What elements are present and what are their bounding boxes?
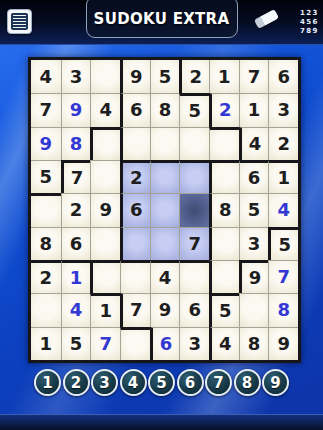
menu-icon (11, 13, 28, 30)
cell-r1c6[interactable]: 2 (179, 60, 209, 93)
cell-r8c3[interactable]: 1 (90, 293, 120, 326)
cell-r9c3[interactable]: 7 (90, 327, 120, 360)
cell-r4c3[interactable] (90, 160, 120, 193)
sudoku-board: 4395217679468521398425726129685486735214… (28, 57, 301, 363)
cell-r8c1[interactable] (31, 293, 61, 326)
cell-r2c7[interactable]: 2 (209, 93, 239, 126)
user-digit: 4 (70, 301, 83, 319)
cell-r6c3[interactable] (90, 227, 120, 260)
cell-r2c9[interactable]: 3 (268, 93, 298, 126)
cell-r3c9[interactable]: 2 (268, 127, 298, 160)
given-digit: 6 (277, 68, 290, 86)
given-digit: 9 (99, 201, 112, 219)
cell-r7c5[interactable]: 4 (150, 260, 180, 293)
cell-r5c9[interactable]: 4 (268, 193, 298, 226)
user-digit: 4 (277, 201, 290, 219)
cell-r2c3[interactable]: 4 (90, 93, 120, 126)
cell-r9c7[interactable]: 4 (209, 327, 239, 360)
given-digit: 1 (40, 335, 53, 353)
cell-r5c8[interactable]: 5 (239, 193, 269, 226)
cell-r6c1[interactable]: 8 (31, 227, 61, 260)
cell-r6c4[interactable] (120, 227, 150, 260)
given-digit: 5 (278, 236, 291, 254)
given-digit: 6 (130, 201, 143, 219)
cell-r7c7[interactable] (209, 260, 239, 293)
given-digit: 3 (248, 235, 261, 253)
cell-r4c9[interactable]: 1 (268, 160, 298, 193)
cell-r8c8[interactable] (239, 293, 269, 326)
cell-r4c6[interactable] (179, 160, 209, 193)
numpad-button-1[interactable]: 1 (34, 369, 61, 396)
user-digit: 1 (70, 269, 83, 287)
cell-r3c8[interactable]: 4 (239, 127, 269, 160)
numpad-button-9[interactable]: 9 (262, 369, 289, 396)
menu-button[interactable] (7, 9, 32, 34)
cell-r7c9[interactable]: 7 (268, 260, 298, 293)
cell-r2c6[interactable]: 5 (179, 93, 209, 126)
cell-r3c5[interactable] (150, 127, 180, 160)
cell-r5c5[interactable] (150, 193, 180, 226)
cell-r5c6[interactable] (179, 193, 209, 226)
cell-r8c9[interactable]: 8 (268, 293, 298, 326)
cell-r4c5[interactable] (150, 160, 180, 193)
cell-r7c6[interactable] (179, 260, 209, 293)
given-digit: 8 (219, 201, 232, 219)
given-digit: 7 (130, 301, 143, 319)
given-digit: 9 (249, 269, 262, 287)
cell-r7c1[interactable]: 2 (31, 260, 61, 293)
given-digit: 1 (99, 302, 112, 320)
given-digit: 2 (130, 169, 143, 187)
cell-r2c4[interactable]: 6 (120, 93, 150, 126)
cell-r1c7[interactable]: 1 (209, 60, 239, 93)
user-digit: 9 (70, 101, 83, 119)
given-digit: 4 (249, 135, 262, 153)
cell-r2c8[interactable]: 1 (239, 93, 269, 126)
given-digit: 1 (248, 101, 261, 119)
cell-r1c9[interactable]: 6 (268, 60, 298, 93)
cell-r3c4[interactable] (120, 127, 150, 160)
user-digit: 2 (219, 101, 232, 119)
cell-r6c2[interactable]: 6 (61, 227, 91, 260)
numpad-button-5[interactable]: 5 (148, 369, 175, 396)
user-digit: 6 (160, 335, 173, 353)
eraser-icon (254, 9, 279, 29)
cell-r9c5[interactable]: 6 (150, 327, 180, 360)
cell-r3c2[interactable]: 8 (61, 127, 91, 160)
cell-r5c4[interactable]: 6 (120, 193, 150, 226)
user-digit: 7 (99, 335, 112, 353)
given-digit: 8 (248, 335, 261, 353)
cell-r8c2[interactable]: 4 (61, 293, 91, 326)
given-digit: 7 (40, 101, 53, 119)
cell-r9c6[interactable]: 3 (179, 327, 209, 360)
cell-r4c2[interactable]: 7 (61, 160, 91, 193)
cell-r9c9[interactable]: 9 (268, 327, 298, 360)
cell-r3c7[interactable] (209, 127, 239, 160)
cell-r1c2[interactable]: 3 (61, 60, 91, 93)
cell-r4c1[interactable]: 5 (31, 160, 61, 193)
numpad-button-3[interactable]: 3 (91, 369, 118, 396)
given-digit: 2 (40, 269, 53, 287)
number-pad: 123456789 (0, 369, 323, 396)
given-digit: 9 (277, 335, 290, 353)
given-digit: 4 (219, 335, 232, 353)
given-digit: 7 (71, 169, 84, 187)
given-digit: 4 (99, 101, 112, 119)
numpad-button-7[interactable]: 7 (205, 369, 232, 396)
title-frame: SUDOKU EXTRA (86, 0, 238, 38)
given-digit: 4 (159, 269, 172, 287)
given-digit: 3 (188, 335, 201, 353)
cell-r8c6[interactable]: 6 (179, 293, 209, 326)
given-digit: 5 (188, 102, 201, 120)
given-digit: 1 (218, 68, 231, 86)
given-digit: 5 (159, 68, 172, 86)
given-digit: 9 (130, 68, 143, 86)
user-digit: 9 (40, 135, 53, 153)
given-digit: 5 (248, 201, 261, 219)
eraser-button[interactable] (255, 14, 283, 32)
cell-r7c8[interactable]: 9 (239, 260, 269, 293)
pencil-digits-row2: 456 (300, 18, 319, 27)
cell-r8c7[interactable]: 5 (209, 293, 239, 326)
cell-r9c8[interactable]: 8 (239, 327, 269, 360)
cell-r2c2[interactable]: 9 (61, 93, 91, 126)
given-digit: 5 (219, 302, 232, 320)
cell-r6c6[interactable]: 7 (179, 227, 209, 260)
cell-r7c4[interactable] (120, 260, 150, 293)
pencil-digits-row3: 789 (300, 27, 319, 36)
numpad-button-6[interactable]: 6 (177, 369, 204, 396)
cell-r3c1[interactable]: 9 (31, 127, 61, 160)
cell-r9c1[interactable]: 1 (31, 327, 61, 360)
given-digit: 7 (188, 235, 201, 253)
given-digit: 6 (188, 301, 201, 319)
numpad-button-8[interactable]: 8 (234, 369, 261, 396)
pencil-digits-row1: 123 (300, 9, 319, 18)
cell-r5c7[interactable]: 8 (209, 193, 239, 226)
pencil-marks-button[interactable]: 123 456 789 (300, 9, 319, 36)
cell-r6c9[interactable]: 5 (268, 227, 298, 260)
cell-r9c2[interactable]: 5 (61, 327, 91, 360)
cell-r9c4[interactable] (120, 327, 150, 360)
given-digit: 8 (40, 235, 53, 253)
cell-r1c5[interactable]: 5 (150, 60, 180, 93)
user-digit: 8 (277, 301, 290, 319)
cell-r3c3[interactable] (90, 127, 120, 160)
given-digit: 2 (70, 201, 83, 219)
given-digit: 1 (277, 169, 290, 187)
cell-r4c7[interactable] (209, 160, 239, 193)
given-digit: 5 (70, 335, 83, 353)
cell-r4c4[interactable]: 2 (120, 160, 150, 193)
cell-r7c3[interactable] (90, 260, 120, 293)
cell-r8c5[interactable]: 9 (150, 293, 180, 326)
cell-r1c1[interactable]: 4 (31, 60, 61, 93)
given-digit: 9 (159, 301, 172, 319)
cell-r6c8[interactable]: 3 (239, 227, 269, 260)
cell-r2c1[interactable]: 7 (31, 93, 61, 126)
given-digit: 2 (277, 135, 290, 153)
numpad-button-4[interactable]: 4 (120, 369, 147, 396)
numpad-button-2[interactable]: 2 (63, 369, 90, 396)
top-bar: SUDOKU EXTRA 123 456 789 (0, 0, 323, 45)
given-digit: 3 (277, 101, 290, 119)
cell-r4c8[interactable]: 6 (239, 160, 269, 193)
user-digit: 8 (70, 135, 83, 153)
given-digit: 6 (70, 235, 83, 253)
bottom-band (0, 414, 323, 430)
cell-r5c2[interactable]: 2 (61, 193, 91, 226)
cell-r6c7[interactable] (209, 227, 239, 260)
given-digit: 5 (40, 168, 53, 186)
cell-r2c5[interactable]: 8 (150, 93, 180, 126)
cell-r6c5[interactable] (150, 227, 180, 260)
cell-r5c1[interactable] (31, 193, 61, 226)
user-digit: 7 (277, 268, 290, 286)
cell-r8c4[interactable]: 7 (120, 293, 150, 326)
given-digit: 8 (159, 101, 172, 119)
given-digit: 2 (189, 68, 202, 86)
app-title: SUDOKU EXTRA (94, 10, 230, 28)
cell-r5c3[interactable]: 9 (90, 193, 120, 226)
given-digit: 6 (248, 169, 261, 187)
app-screen: SUDOKU EXTRA 123 456 789 439521767946852… (0, 0, 323, 430)
given-digit: 4 (40, 68, 53, 86)
cell-r7c2[interactable]: 1 (61, 260, 91, 293)
given-digit: 3 (70, 68, 83, 86)
cell-r1c3[interactable] (90, 60, 120, 93)
cell-r1c8[interactable]: 7 (239, 60, 269, 93)
given-digit: 7 (248, 68, 261, 86)
cell-r3c6[interactable] (179, 127, 209, 160)
given-digit: 6 (130, 101, 143, 119)
cell-r1c4[interactable]: 9 (120, 60, 150, 93)
